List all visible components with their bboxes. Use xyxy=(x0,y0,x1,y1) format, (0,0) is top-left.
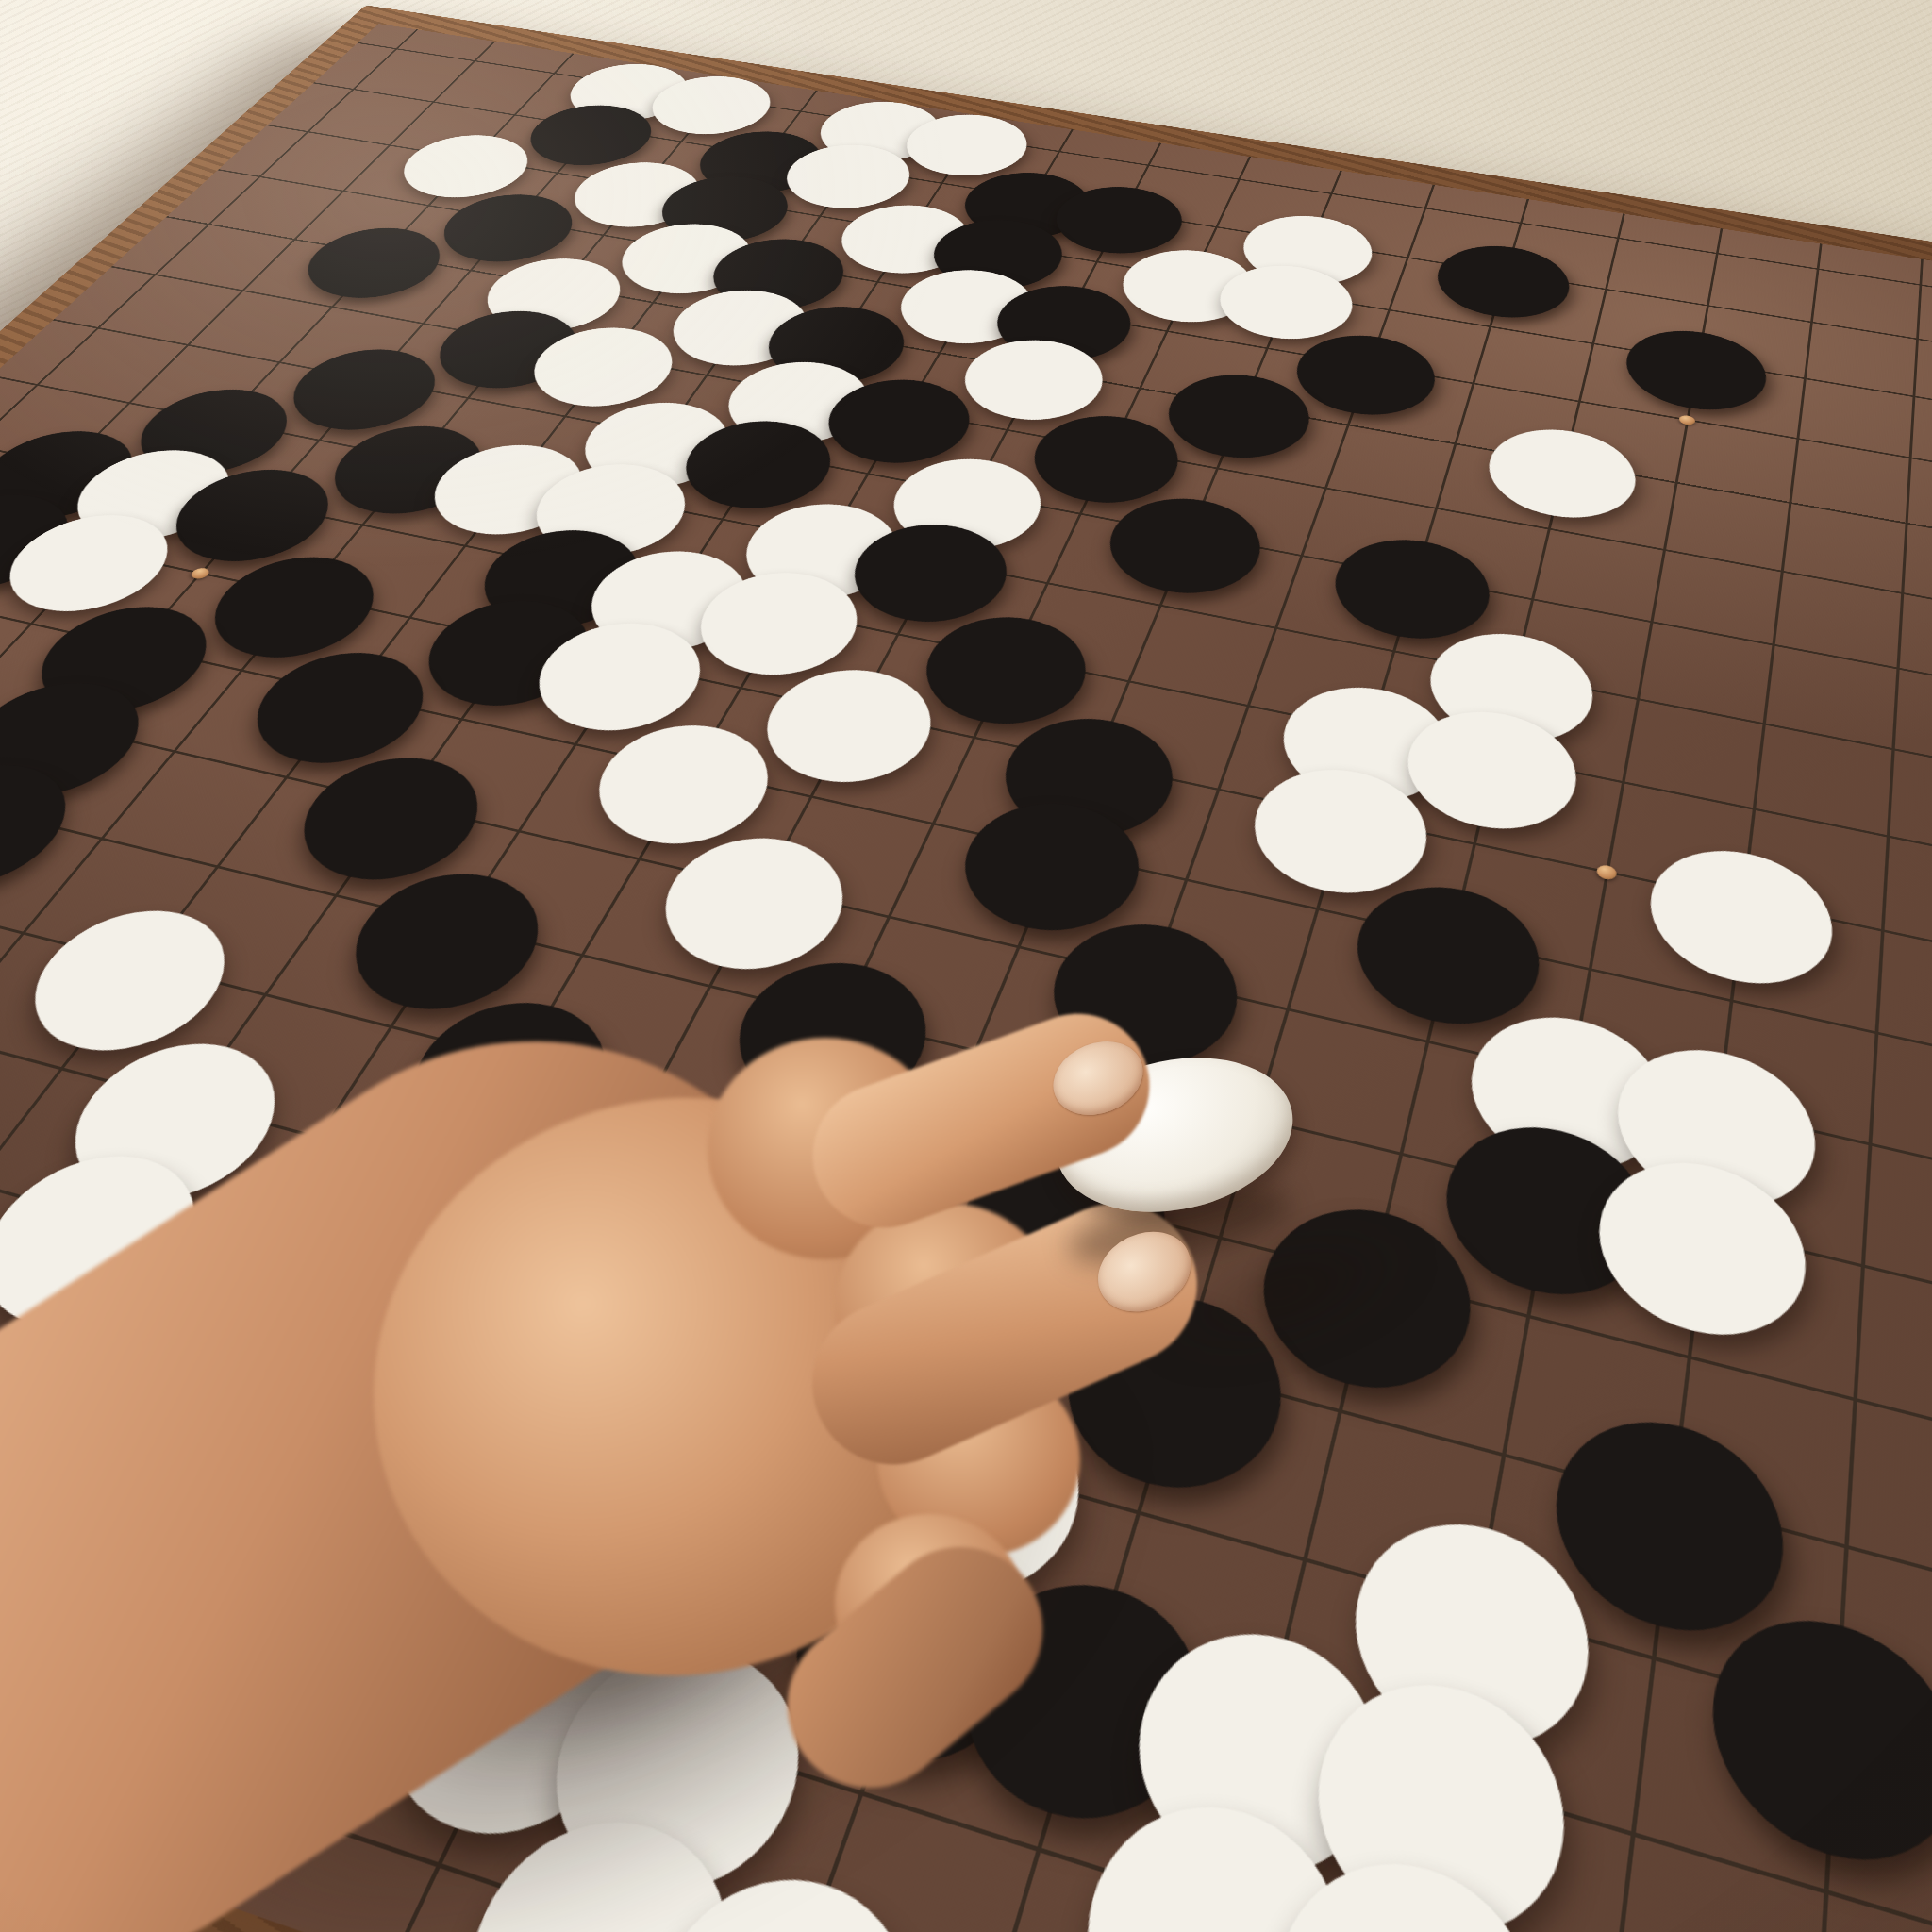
go-photo-scene: ●●●●●●●●●●●●●●●●●●●●●●●●●●●●●●●●●●●●●●●●… xyxy=(0,0,1932,1932)
white-stone: ● xyxy=(661,1857,917,1932)
white-stone: ● xyxy=(1295,1842,1524,1932)
board-intersection: ● xyxy=(661,1857,917,1932)
goban-grid: ●●●●●●●●●●●●●●●●●●●●●●●●●●●●●●●●●●●●●●●●… xyxy=(0,24,1932,1932)
board-intersection: ● xyxy=(1295,1842,1524,1932)
go-board: ●●●●●●●●●●●●●●●●●●●●●●●●●●●●●●●●●●●●●●●●… xyxy=(0,5,1932,1932)
